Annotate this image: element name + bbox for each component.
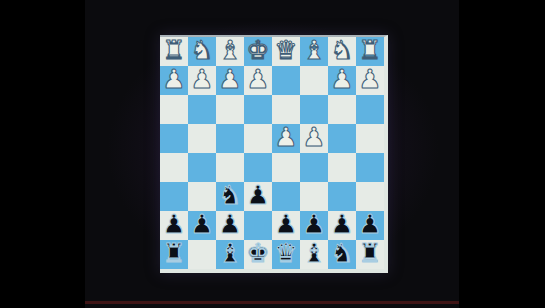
black-bishop-piece[interactable]: ♝ xyxy=(302,240,325,268)
square-g6[interactable] xyxy=(188,182,216,211)
black-knight-piece[interactable]: ♞ xyxy=(330,240,353,268)
white-bishop-piece[interactable]: ♝ xyxy=(302,37,325,65)
square-b8[interactable]: ♞ xyxy=(328,240,356,269)
square-b2[interactable]: ♟ xyxy=(328,66,356,95)
square-c5[interactable] xyxy=(300,153,328,182)
square-e3[interactable] xyxy=(244,95,272,124)
square-a6[interactable] xyxy=(356,182,384,211)
square-c2[interactable] xyxy=(300,66,328,95)
square-e2[interactable]: ♟ xyxy=(244,66,272,95)
black-pawn-piece[interactable]: ♟ xyxy=(302,211,325,239)
square-f1[interactable]: ♝ xyxy=(216,37,244,66)
black-pawn-piece[interactable]: ♟ xyxy=(246,182,269,210)
chess-board: ♜♞♝♚♛♝♞♜♟♟♟♟♟♟♟♟♞♟♟♟♟♟♟♟♟♜♝♚♛♝♞♜ xyxy=(160,37,384,269)
white-pawn-piece[interactable]: ♟ xyxy=(358,66,381,94)
square-g4[interactable] xyxy=(188,124,216,153)
square-f4[interactable] xyxy=(216,124,244,153)
square-h3[interactable] xyxy=(160,95,188,124)
black-queen-piece[interactable]: ♛ xyxy=(274,240,297,268)
black-rook-piece[interactable]: ♜ xyxy=(358,240,381,268)
square-d6[interactable] xyxy=(272,182,300,211)
white-pawn-piece[interactable]: ♟ xyxy=(302,124,325,152)
square-h2[interactable]: ♟ xyxy=(160,66,188,95)
square-a2[interactable]: ♟ xyxy=(356,66,384,95)
square-f8[interactable]: ♝ xyxy=(216,240,244,269)
square-h1[interactable]: ♜ xyxy=(160,37,188,66)
square-f3[interactable] xyxy=(216,95,244,124)
video-frame: ♜♞♝♚♛♝♞♜♟♟♟♟♟♟♟♟♞♟♟♟♟♟♟♟♟♜♝♚♛♝♞♜ xyxy=(0,0,545,308)
square-d1[interactable]: ♛ xyxy=(272,37,300,66)
square-g1[interactable]: ♞ xyxy=(188,37,216,66)
square-f2[interactable]: ♟ xyxy=(216,66,244,95)
square-e7[interactable] xyxy=(244,211,272,240)
square-d4[interactable]: ♟ xyxy=(272,124,300,153)
white-queen-piece[interactable]: ♛ xyxy=(274,37,297,65)
square-d8[interactable]: ♛ xyxy=(272,240,300,269)
square-h6[interactable] xyxy=(160,182,188,211)
square-f7[interactable]: ♟ xyxy=(216,211,244,240)
square-b6[interactable] xyxy=(328,182,356,211)
square-e5[interactable] xyxy=(244,153,272,182)
black-knight-piece[interactable]: ♞ xyxy=(218,182,241,210)
video-scanline xyxy=(85,301,459,304)
square-g5[interactable] xyxy=(188,153,216,182)
square-c1[interactable]: ♝ xyxy=(300,37,328,66)
white-knight-piece[interactable]: ♞ xyxy=(190,37,213,65)
square-a5[interactable] xyxy=(356,153,384,182)
square-d5[interactable] xyxy=(272,153,300,182)
black-pawn-piece[interactable]: ♟ xyxy=(162,211,185,239)
square-h5[interactable] xyxy=(160,153,188,182)
square-a3[interactable] xyxy=(356,95,384,124)
square-g2[interactable]: ♟ xyxy=(188,66,216,95)
white-bishop-piece[interactable]: ♝ xyxy=(218,37,241,65)
white-pawn-piece[interactable]: ♟ xyxy=(218,66,241,94)
square-a7[interactable]: ♟ xyxy=(356,211,384,240)
square-c3[interactable] xyxy=(300,95,328,124)
black-king-piece[interactable]: ♚ xyxy=(246,240,269,268)
square-f5[interactable] xyxy=(216,153,244,182)
white-pawn-piece[interactable]: ♟ xyxy=(246,66,269,94)
board-bevel: ♜♞♝♚♛♝♞♜♟♟♟♟♟♟♟♟♞♟♟♟♟♟♟♟♟♜♝♚♛♝♞♜ xyxy=(160,35,388,273)
white-knight-piece[interactable]: ♞ xyxy=(330,37,353,65)
white-rook-piece[interactable]: ♜ xyxy=(358,37,381,65)
square-d7[interactable]: ♟ xyxy=(272,211,300,240)
square-c7[interactable]: ♟ xyxy=(300,211,328,240)
square-h7[interactable]: ♟ xyxy=(160,211,188,240)
square-e6[interactable]: ♟ xyxy=(244,182,272,211)
square-c4[interactable]: ♟ xyxy=(300,124,328,153)
square-d3[interactable] xyxy=(272,95,300,124)
white-pawn-piece[interactable]: ♟ xyxy=(162,66,185,94)
white-pawn-piece[interactable]: ♟ xyxy=(274,124,297,152)
white-pawn-piece[interactable]: ♟ xyxy=(190,66,213,94)
square-e4[interactable] xyxy=(244,124,272,153)
white-pawn-piece[interactable]: ♟ xyxy=(330,66,353,94)
square-a8[interactable]: ♜ xyxy=(356,240,384,269)
black-pawn-piece[interactable]: ♟ xyxy=(190,211,213,239)
square-g8[interactable] xyxy=(188,240,216,269)
white-king-piece[interactable]: ♚ xyxy=(246,37,269,65)
square-h4[interactable] xyxy=(160,124,188,153)
square-e8[interactable]: ♚ xyxy=(244,240,272,269)
square-a1[interactable]: ♜ xyxy=(356,37,384,66)
square-d2[interactable] xyxy=(272,66,300,95)
square-b3[interactable] xyxy=(328,95,356,124)
square-b7[interactable]: ♟ xyxy=(328,211,356,240)
square-h8[interactable]: ♜ xyxy=(160,240,188,269)
square-a4[interactable] xyxy=(356,124,384,153)
square-e1[interactable]: ♚ xyxy=(244,37,272,66)
black-pawn-piece[interactable]: ♟ xyxy=(218,211,241,239)
black-pawn-piece[interactable]: ♟ xyxy=(330,211,353,239)
square-c6[interactable] xyxy=(300,182,328,211)
square-b4[interactable] xyxy=(328,124,356,153)
white-rook-piece[interactable]: ♜ xyxy=(162,37,185,65)
square-f6[interactable]: ♞ xyxy=(216,182,244,211)
black-bishop-piece[interactable]: ♝ xyxy=(218,240,241,268)
square-g3[interactable] xyxy=(188,95,216,124)
black-pawn-piece[interactable]: ♟ xyxy=(274,211,297,239)
square-b1[interactable]: ♞ xyxy=(328,37,356,66)
square-g7[interactable]: ♟ xyxy=(188,211,216,240)
square-b5[interactable] xyxy=(328,153,356,182)
black-pawn-piece[interactable]: ♟ xyxy=(358,211,381,239)
black-rook-piece[interactable]: ♜ xyxy=(162,240,185,268)
square-c8[interactable]: ♝ xyxy=(300,240,328,269)
